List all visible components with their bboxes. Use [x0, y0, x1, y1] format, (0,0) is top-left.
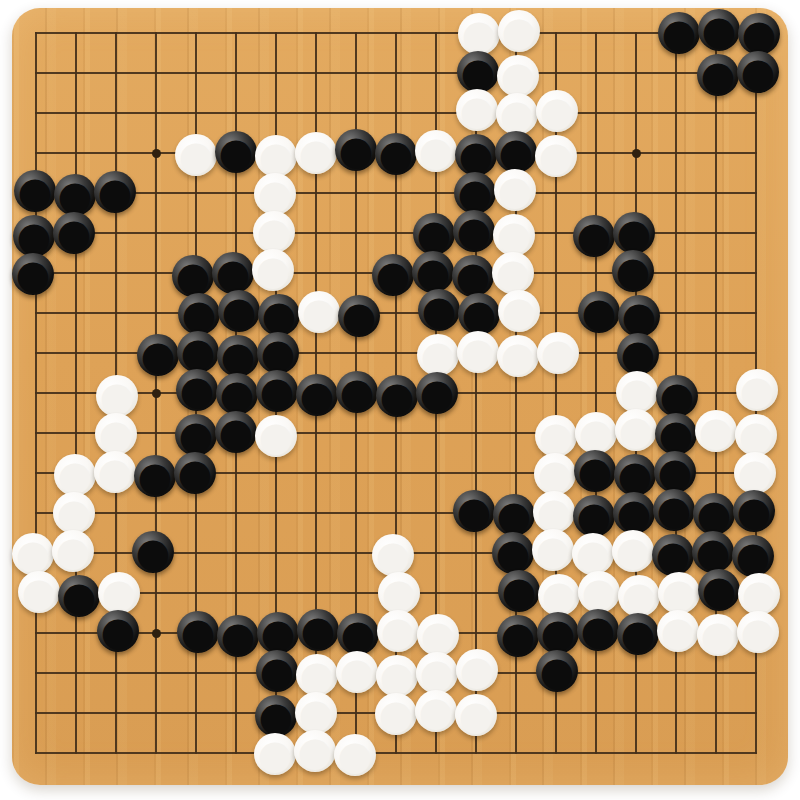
white-stone[interactable]: ●: [455, 694, 497, 736]
black-stone[interactable]: ●: [574, 450, 616, 492]
white-stone[interactable]: ●: [736, 369, 778, 411]
black-stone[interactable]: ●: [14, 170, 56, 212]
white-stone[interactable]: ●: [415, 130, 457, 172]
black-stone[interactable]: ●: [497, 615, 539, 657]
black-stone[interactable]: ●: [137, 334, 179, 376]
black-stone[interactable]: ●: [372, 254, 414, 296]
black-stone[interactable]: ●: [12, 253, 54, 295]
black-stone[interactable]: ●: [453, 490, 495, 532]
black-stone[interactable]: ●: [338, 295, 380, 337]
grid-line-horizontal: [35, 752, 757, 754]
black-stone[interactable]: ●: [698, 569, 740, 611]
white-stone[interactable]: ●: [298, 291, 340, 333]
black-stone[interactable]: ●: [94, 171, 136, 213]
white-stone[interactable]: ●: [375, 693, 417, 735]
white-stone[interactable]: ●: [52, 530, 94, 572]
white-stone[interactable]: ●: [537, 332, 579, 374]
white-stone[interactable]: ●: [295, 132, 337, 174]
white-stone[interactable]: ●: [657, 610, 699, 652]
black-stone[interactable]: ●: [577, 609, 619, 651]
black-stone[interactable]: ●: [58, 575, 100, 617]
white-stone[interactable]: ●: [334, 734, 376, 776]
white-stone[interactable]: ●: [695, 410, 737, 452]
black-stone[interactable]: ●: [297, 609, 339, 651]
black-stone[interactable]: ●: [53, 212, 95, 254]
black-stone[interactable]: ●: [215, 131, 257, 173]
black-stone[interactable]: ●: [134, 455, 176, 497]
black-stone[interactable]: ●: [698, 9, 740, 51]
white-stone[interactable]: ●: [498, 10, 540, 52]
black-stone[interactable]: ●: [256, 650, 298, 692]
black-stone[interactable]: ●: [578, 291, 620, 333]
black-stone[interactable]: ●: [375, 133, 417, 175]
black-stone[interactable]: ●: [733, 490, 775, 532]
black-stone[interactable]: ●: [697, 54, 739, 96]
black-stone[interactable]: ●: [737, 51, 779, 93]
white-stone[interactable]: ●: [94, 451, 136, 493]
white-stone[interactable]: ●: [252, 249, 294, 291]
black-stone[interactable]: ●: [498, 570, 540, 612]
black-stone[interactable]: ●: [97, 610, 139, 652]
black-stone[interactable]: ●: [612, 250, 654, 292]
white-stone[interactable]: ●: [498, 290, 540, 332]
black-stone[interactable]: ●: [256, 370, 298, 412]
black-stone[interactable]: ●: [418, 289, 460, 331]
photo-background: ●●●●●●●●●●●●●●●●●●●●●●●●●●●●●●●●●●●●●●●●…: [0, 0, 800, 800]
black-stone[interactable]: ●: [218, 290, 260, 332]
black-stone[interactable]: ●: [573, 215, 615, 257]
black-stone[interactable]: ●: [176, 369, 218, 411]
white-stone[interactable]: ●: [457, 331, 499, 373]
black-stone[interactable]: ●: [653, 489, 695, 531]
white-stone[interactable]: ●: [175, 134, 217, 176]
white-stone[interactable]: ●: [697, 614, 739, 656]
white-stone[interactable]: ●: [615, 409, 657, 451]
black-stone[interactable]: ●: [174, 452, 216, 494]
black-stone[interactable]: ●: [376, 375, 418, 417]
white-stone[interactable]: ●: [612, 530, 654, 572]
black-stone[interactable]: ●: [177, 611, 219, 653]
black-stone[interactable]: ●: [296, 374, 338, 416]
black-stone[interactable]: ●: [335, 129, 377, 171]
white-stone[interactable]: ●: [255, 415, 297, 457]
white-stone[interactable]: ●: [494, 169, 536, 211]
black-stone[interactable]: ●: [132, 531, 174, 573]
white-stone[interactable]: ●: [377, 610, 419, 652]
black-stone[interactable]: ●: [217, 615, 259, 657]
white-stone[interactable]: ●: [18, 571, 60, 613]
white-stone[interactable]: ●: [532, 529, 574, 571]
star-point: [152, 629, 161, 638]
star-point: [152, 149, 161, 158]
black-stone[interactable]: ●: [658, 12, 700, 54]
star-point: [632, 149, 641, 158]
white-stone[interactable]: ●: [535, 135, 577, 177]
black-stone[interactable]: ●: [617, 613, 659, 655]
white-stone[interactable]: ●: [456, 649, 498, 691]
white-stone[interactable]: ●: [456, 89, 498, 131]
black-stone[interactable]: ●: [416, 372, 458, 414]
white-stone[interactable]: ●: [336, 651, 378, 693]
white-stone[interactable]: ●: [294, 730, 336, 772]
white-stone[interactable]: ●: [737, 611, 779, 653]
star-point: [152, 389, 161, 398]
white-stone[interactable]: ●: [415, 690, 457, 732]
white-stone[interactable]: ●: [536, 90, 578, 132]
black-stone[interactable]: ●: [215, 411, 257, 453]
black-stone[interactable]: ●: [453, 210, 495, 252]
white-stone[interactable]: ●: [497, 335, 539, 377]
black-stone[interactable]: ●: [336, 371, 378, 413]
go-board[interactable]: ●●●●●●●●●●●●●●●●●●●●●●●●●●●●●●●●●●●●●●●●…: [12, 8, 788, 785]
white-stone[interactable]: ●: [254, 733, 296, 775]
black-stone[interactable]: ●: [536, 650, 578, 692]
